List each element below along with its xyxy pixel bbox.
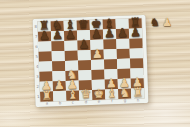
square-d4[interactable] <box>78 60 91 70</box>
piece-black-queen[interactable]: ♛ <box>78 19 89 30</box>
piece-white-rook[interactable]: ♜ <box>41 91 52 102</box>
square-h6[interactable] <box>129 38 142 48</box>
square-e1[interactable]: ♚ <box>92 90 105 100</box>
square-e3[interactable] <box>91 70 104 80</box>
piece-black-pawn[interactable]: ♟ <box>52 30 63 41</box>
piece-black-pawn[interactable]: ♟ <box>130 27 141 38</box>
square-a4[interactable] <box>39 61 52 71</box>
piece-white-queen[interactable]: ♛ <box>80 89 91 100</box>
piece-white-king[interactable]: ♚ <box>93 89 104 100</box>
square-b2[interactable]: ♟ <box>53 81 66 91</box>
square-e7[interactable]: ♟ <box>90 30 103 40</box>
square-h4[interactable] <box>130 58 143 68</box>
square-f4[interactable] <box>104 59 117 69</box>
square-e4[interactable] <box>91 60 104 70</box>
square-c1[interactable]: ♝ <box>66 90 79 100</box>
piece-white-pawn[interactable]: ♟ <box>54 80 65 91</box>
square-b5[interactable] <box>52 51 65 61</box>
square-a1[interactable]: ♜ <box>40 91 53 101</box>
square-a6[interactable] <box>38 41 51 51</box>
square-f5[interactable] <box>104 49 117 59</box>
square-f1[interactable]: ♝ <box>105 89 118 99</box>
square-g6[interactable] <box>116 39 129 49</box>
square-g7[interactable]: ♟ <box>116 29 129 39</box>
piece-black-pawn[interactable]: ♟ <box>117 28 128 39</box>
piece-black-pawn[interactable]: ♟ <box>104 28 115 39</box>
square-e5[interactable]: ♟ <box>91 50 104 60</box>
square-h1[interactable]: ♜ <box>131 88 144 98</box>
piece-white-pawn[interactable]: ♟ <box>92 49 103 60</box>
table-surface: 87654321 ♜♞♝♛♚♝♜♟♟♟♟♟♟♟♟♟♞♟♟♟♟♟♟♜♝♛♚♝♞♜ … <box>0 0 190 127</box>
piece-white-bishop[interactable]: ♝ <box>106 88 117 99</box>
piece-white-knight[interactable]: ♞ <box>119 88 130 99</box>
square-f7[interactable]: ♟ <box>103 29 116 39</box>
square-d6[interactable]: ♟ <box>77 40 90 50</box>
square-b4[interactable] <box>52 61 65 71</box>
square-b6[interactable] <box>51 41 64 51</box>
square-d8[interactable]: ♛ <box>77 20 90 30</box>
piece-white-bishop[interactable]: ♝ <box>67 90 78 101</box>
square-h7[interactable]: ♟ <box>129 28 142 38</box>
square-d1[interactable]: ♛ <box>79 90 92 100</box>
captured-black-knight: ♞ <box>150 18 160 28</box>
piece-black-pawn[interactable]: ♟ <box>39 31 50 42</box>
square-d5[interactable] <box>78 50 91 60</box>
square-h5[interactable] <box>130 48 143 58</box>
captured-white-pawn: ♟ <box>162 18 172 28</box>
square-g4[interactable] <box>117 59 130 69</box>
square-f6[interactable] <box>103 39 116 49</box>
captured-pieces-tray: ♞♟ <box>150 6 186 28</box>
board-grid: ♜♞♝♛♚♝♜♟♟♟♟♟♟♟♟♟♞♟♟♟♟♟♟♜♝♛♚♝♞♜ <box>38 18 145 102</box>
square-b1[interactable] <box>53 91 66 101</box>
square-a5[interactable] <box>39 51 52 61</box>
chess-board: 87654321 ♜♞♝♛♚♝♜♟♟♟♟♟♟♟♟♟♞♟♟♟♟♟♟♜♝♛♚♝♞♜ … <box>32 15 148 107</box>
square-c5[interactable] <box>65 50 78 60</box>
square-g1[interactable]: ♞ <box>118 89 131 99</box>
square-g5[interactable] <box>117 49 130 59</box>
piece-black-pawn[interactable]: ♟ <box>91 29 102 40</box>
square-a7[interactable]: ♟ <box>38 31 51 41</box>
square-d3[interactable] <box>78 70 91 80</box>
piece-black-pawn[interactable]: ♟ <box>78 39 89 50</box>
piece-black-pawn[interactable]: ♟ <box>65 30 76 41</box>
piece-white-rook[interactable]: ♜ <box>132 87 143 98</box>
square-b7[interactable]: ♟ <box>51 31 64 41</box>
square-c7[interactable]: ♟ <box>64 30 77 40</box>
file-label-b: b <box>53 101 66 105</box>
square-c6[interactable] <box>64 40 77 50</box>
